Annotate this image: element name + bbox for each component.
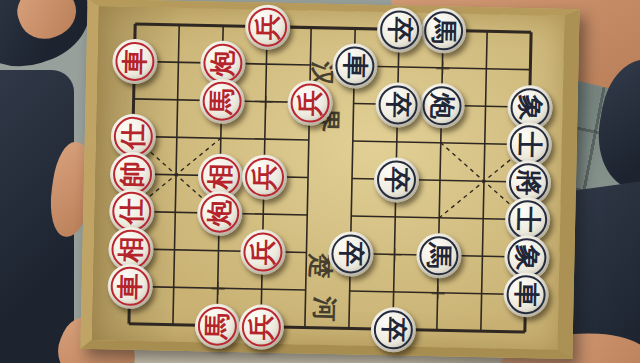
piece-character: 卒 — [327, 230, 373, 276]
piece-character: 兵 — [244, 4, 290, 50]
piece-character: 馬 — [199, 78, 245, 124]
red-soldier[interactable]: 兵 — [244, 4, 290, 50]
position-marker — [259, 95, 272, 108]
piece-character: 卒 — [376, 6, 422, 52]
piece-character: 車 — [111, 38, 157, 84]
red-soldier[interactable]: 兵 — [238, 304, 284, 350]
position-marker — [211, 282, 224, 295]
red-soldier[interactable]: 兵 — [239, 229, 285, 275]
red-horse[interactable]: 馬 — [194, 303, 240, 349]
piece-character: 車 — [331, 43, 377, 89]
xiangqi-board: 汉 界 楚 河 車仕帥仕相車炮馬相炮馬兵兵兵兵兵象士將士象車馬炮馬車卒卒卒卒卒 — [80, 0, 579, 359]
red-cannon[interactable]: 炮 — [196, 190, 242, 236]
piece-character: 馬 — [415, 232, 461, 278]
black-soldier[interactable]: 卒 — [375, 81, 421, 127]
river-text: 河 — [309, 294, 340, 325]
piece-character: 炮 — [196, 190, 242, 236]
position-marker — [431, 286, 444, 299]
piece-character: 車 — [107, 263, 153, 309]
black-chariot[interactable]: 車 — [503, 272, 549, 318]
red-chariot[interactable]: 車 — [111, 38, 157, 84]
piece-character: 兵 — [287, 80, 333, 126]
street-xiangqi-scene: 汉 界 楚 河 車仕帥仕相車炮馬相炮馬兵兵兵兵兵象士將士象車馬炮馬車卒卒卒卒卒 — [0, 0, 640, 363]
piece-character: 兵 — [241, 154, 287, 200]
black-soldier[interactable]: 卒 — [370, 306, 416, 352]
black-horse[interactable]: 馬 — [420, 7, 466, 53]
position-marker — [388, 248, 401, 261]
red-soldier[interactable]: 兵 — [241, 154, 287, 200]
piece-character: 卒 — [375, 81, 421, 127]
piece-character: 車 — [503, 272, 549, 318]
black-soldier[interactable]: 卒 — [373, 156, 419, 202]
piece-character: 馬 — [194, 303, 240, 349]
piece-character: 卒 — [370, 306, 416, 352]
piece-character: 兵 — [238, 304, 284, 350]
black-soldier[interactable]: 卒 — [327, 230, 373, 276]
red-chariot[interactable]: 車 — [107, 263, 153, 309]
piece-character: 卒 — [373, 156, 419, 202]
black-chariot[interactable]: 車 — [331, 43, 377, 89]
red-horse[interactable]: 馬 — [199, 78, 245, 124]
position-marker — [436, 61, 449, 74]
black-soldier[interactable]: 卒 — [376, 6, 422, 52]
black-horse[interactable]: 馬 — [415, 232, 461, 278]
red-soldier[interactable]: 兵 — [287, 80, 333, 126]
piece-character: 炮 — [419, 82, 465, 128]
piece-character: 兵 — [239, 229, 285, 275]
black-cannon[interactable]: 炮 — [419, 82, 465, 128]
piece-character: 馬 — [420, 7, 466, 53]
